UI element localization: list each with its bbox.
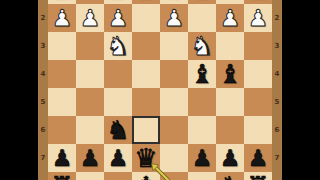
- square-f8[interactable]: [104, 172, 132, 180]
- rank-label-6: 6: [272, 125, 282, 135]
- chess-board: ♜♝♚♛♝♜♟♟♟♟♟♟♞♞♝♝♞♟♟♟♛♟♟♟♜♚♞♜: [48, 0, 272, 180]
- square-d8[interactable]: [160, 172, 188, 180]
- piece-black-pawn: ♟: [80, 144, 101, 172]
- square-g6[interactable]: [76, 116, 104, 144]
- rank-label-4: 4: [38, 69, 48, 79]
- piece-black-pawn: ♟: [248, 144, 269, 172]
- square-h5[interactable]: [48, 88, 76, 116]
- square-a8[interactable]: ♜: [244, 172, 272, 180]
- piece-black-rook: ♜: [246, 172, 269, 180]
- rank-label-5: 5: [38, 97, 48, 107]
- piece-white-pawn: ♟: [164, 4, 185, 32]
- square-f7[interactable]: ♟: [104, 144, 132, 172]
- rank-label-2: 2: [272, 13, 282, 23]
- square-g2[interactable]: ♟: [76, 4, 104, 32]
- square-e6[interactable]: [132, 116, 160, 144]
- rank-label-7: 7: [272, 153, 282, 163]
- rank-label-6: 6: [38, 125, 48, 135]
- piece-black-bishop: ♝: [218, 60, 241, 88]
- square-c5[interactable]: [188, 88, 216, 116]
- square-d6[interactable]: [160, 116, 188, 144]
- square-d5[interactable]: [160, 88, 188, 116]
- piece-black-pawn: ♟: [192, 144, 213, 172]
- square-a6[interactable]: [244, 116, 272, 144]
- square-c6[interactable]: [188, 116, 216, 144]
- square-b5[interactable]: [216, 88, 244, 116]
- square-e8[interactable]: ♚: [132, 172, 160, 180]
- piece-white-pawn: ♟: [220, 4, 241, 32]
- square-e4[interactable]: [132, 60, 160, 88]
- piece-black-pawn: ♟: [108, 144, 129, 172]
- piece-black-queen: ♛: [134, 144, 157, 172]
- square-a5[interactable]: [244, 88, 272, 116]
- square-a4[interactable]: [244, 60, 272, 88]
- square-h6[interactable]: [48, 116, 76, 144]
- square-a2[interactable]: ♟: [244, 4, 272, 32]
- square-h4[interactable]: [48, 60, 76, 88]
- square-b4[interactable]: ♝: [216, 60, 244, 88]
- square-f5[interactable]: [104, 88, 132, 116]
- square-g5[interactable]: [76, 88, 104, 116]
- square-b6[interactable]: [216, 116, 244, 144]
- rank-labels-right: 12345678: [272, 0, 282, 180]
- piece-white-pawn: ♟: [52, 4, 73, 32]
- square-c7[interactable]: ♟: [188, 144, 216, 172]
- square-c4[interactable]: ♝: [188, 60, 216, 88]
- rank-label-5: 5: [272, 97, 282, 107]
- piece-white-pawn: ♟: [108, 4, 129, 32]
- square-b3[interactable]: [216, 32, 244, 60]
- piece-white-pawn: ♟: [80, 4, 101, 32]
- chess-diagram: 12345678 ♜♝♚♛♝♜♟♟♟♟♟♟♞♞♝♝♞♟♟♟♛♟♟♟♜♚♞♜ 12…: [0, 0, 320, 180]
- piece-black-pawn: ♟: [52, 144, 73, 172]
- piece-black-rook: ♜: [50, 172, 73, 180]
- square-f2[interactable]: ♟: [104, 4, 132, 32]
- piece-black-knight: ♞: [218, 172, 241, 180]
- square-f3[interactable]: ♞: [104, 32, 132, 60]
- square-g3[interactable]: [76, 32, 104, 60]
- piece-black-king: ♚: [134, 172, 157, 180]
- square-e5[interactable]: [132, 88, 160, 116]
- square-e3[interactable]: [132, 32, 160, 60]
- piece-black-knight: ♞: [106, 116, 129, 144]
- square-b2[interactable]: ♟: [216, 4, 244, 32]
- square-f4[interactable]: [104, 60, 132, 88]
- square-h7[interactable]: ♟: [48, 144, 76, 172]
- square-d7[interactable]: [160, 144, 188, 172]
- square-h2[interactable]: ♟: [48, 4, 76, 32]
- piece-black-bishop: ♝: [190, 60, 213, 88]
- square-g7[interactable]: ♟: [76, 144, 104, 172]
- square-c2[interactable]: [188, 4, 216, 32]
- square-a3[interactable]: [244, 32, 272, 60]
- rank-labels-left: 12345678: [38, 0, 48, 180]
- square-h3[interactable]: [48, 32, 76, 60]
- rank-label-3: 3: [38, 41, 48, 51]
- square-g8[interactable]: [76, 172, 104, 180]
- square-d2[interactable]: ♟: [160, 4, 188, 32]
- rank-label-4: 4: [272, 69, 282, 79]
- rank-label-3: 3: [272, 41, 282, 51]
- square-a7[interactable]: ♟: [244, 144, 272, 172]
- rank-label-2: 2: [38, 13, 48, 23]
- square-e7[interactable]: ♛: [132, 144, 160, 172]
- piece-white-knight: ♞: [190, 32, 213, 60]
- square-b8[interactable]: ♞: [216, 172, 244, 180]
- square-c8[interactable]: [188, 172, 216, 180]
- square-f6[interactable]: ♞: [104, 116, 132, 144]
- square-g4[interactable]: [76, 60, 104, 88]
- piece-black-pawn: ♟: [220, 144, 241, 172]
- rank-label-7: 7: [38, 153, 48, 163]
- piece-white-pawn: ♟: [248, 4, 269, 32]
- square-d4[interactable]: [160, 60, 188, 88]
- square-d3[interactable]: [160, 32, 188, 60]
- square-h8[interactable]: ♜: [48, 172, 76, 180]
- square-b7[interactable]: ♟: [216, 144, 244, 172]
- piece-white-knight: ♞: [106, 32, 129, 60]
- square-e2[interactable]: [132, 4, 160, 32]
- square-c3[interactable]: ♞: [188, 32, 216, 60]
